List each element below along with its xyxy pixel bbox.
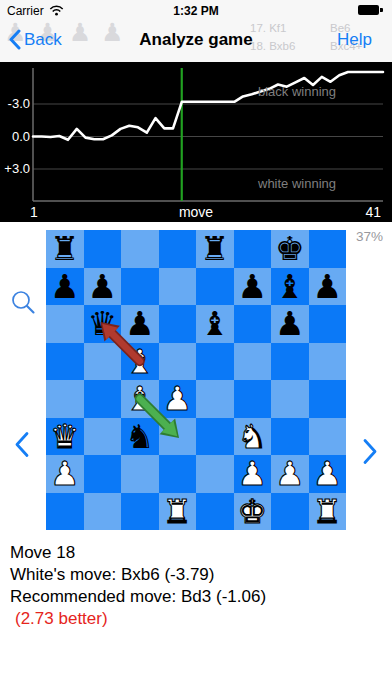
white-rook: ♜ (162, 493, 192, 531)
square-b1[interactable] (84, 493, 122, 531)
x-axis-label: move (0, 204, 392, 220)
white-bishop: ♝ (125, 380, 155, 418)
square-f5[interactable] (234, 343, 272, 381)
square-d7[interactable] (159, 268, 197, 306)
square-a2[interactable]: ♟ (46, 455, 84, 493)
square-f6[interactable] (234, 305, 272, 343)
white-pawn: ♟ (50, 455, 80, 493)
square-b2[interactable] (84, 455, 122, 493)
nav-bar: ♟ ♟ ♟ ♟ 17. Kf1 Be6 18. Bxb6 Bxc4+ Back … (0, 20, 392, 62)
square-d4[interactable]: ♟ (159, 380, 197, 418)
black-pawn: ♟ (125, 305, 155, 343)
y-tick-label: +3.0 (0, 161, 30, 176)
eval-delta-label: (2.73 better) (10, 608, 386, 630)
black-rook: ♜ (50, 230, 80, 268)
square-h1[interactable]: ♜ (309, 493, 347, 531)
square-g4[interactable] (271, 380, 309, 418)
square-d6[interactable] (159, 305, 197, 343)
eval-graph-panel[interactable]: -3.0 0.0 +3.0 black winning white winnin… (0, 62, 392, 222)
y-tick-label: 0.0 (0, 129, 30, 144)
white-knight: ♞ (237, 418, 267, 456)
square-h2[interactable]: ♟ (309, 455, 347, 493)
y-tick-label: -3.0 (0, 96, 30, 111)
square-h3[interactable] (309, 418, 347, 456)
square-g7[interactable]: ♝ (271, 268, 309, 306)
square-e5[interactable] (196, 343, 234, 381)
black-pawn: ♟ (87, 268, 117, 306)
white-pawn: ♟ (162, 380, 192, 418)
square-e7[interactable] (196, 268, 234, 306)
black-queen: ♛ (87, 305, 117, 343)
square-h7[interactable]: ♟ (309, 268, 347, 306)
white-pawn: ♟ (237, 455, 267, 493)
chevron-left-icon (8, 29, 21, 50)
white-pawn: ♟ (275, 455, 305, 493)
move-number-label: Move 18 (10, 542, 386, 564)
black-knight: ♞ (125, 418, 155, 456)
square-f7[interactable]: ♟ (234, 268, 272, 306)
square-b7[interactable]: ♟ (84, 268, 122, 306)
status-bar: Carrier 1:32 PM (0, 0, 392, 20)
black-pawn: ♟ (237, 268, 267, 306)
battery-icon (358, 5, 383, 15)
square-h5[interactable] (309, 343, 347, 381)
white-bishop: ♝ (125, 343, 155, 381)
square-a4[interactable] (46, 380, 84, 418)
square-e4[interactable] (196, 380, 234, 418)
square-c3[interactable]: ♞ (121, 418, 159, 456)
back-button[interactable]: Back (8, 29, 62, 50)
help-button[interactable]: Help (337, 30, 372, 50)
analysis-panel: Move 18 White's move: Bxb6 (-3.79) Recom… (10, 542, 386, 630)
recommended-move-label: Recommended move: Bd3 (-1.06) (10, 586, 386, 608)
square-a5[interactable] (46, 343, 84, 381)
square-a3[interactable]: ♛ (46, 418, 84, 456)
square-f2[interactable]: ♟ (234, 455, 272, 493)
square-b4[interactable] (84, 380, 122, 418)
square-g3[interactable] (271, 418, 309, 456)
white-queen: ♛ (50, 418, 80, 456)
square-c7[interactable] (121, 268, 159, 306)
square-a7[interactable]: ♟ (46, 268, 84, 306)
white-pawn: ♟ (312, 455, 342, 493)
square-c4[interactable]: ♝ (121, 380, 159, 418)
square-b6[interactable]: ♛ (84, 305, 122, 343)
square-a8[interactable]: ♜ (46, 230, 84, 268)
white-move-label: White's move: Bxb6 (-3.79) (10, 564, 386, 586)
square-d1[interactable]: ♜ (159, 493, 197, 531)
next-move-button[interactable] (362, 438, 378, 465)
square-b3[interactable] (84, 418, 122, 456)
square-a6[interactable] (46, 305, 84, 343)
square-h4[interactable] (309, 380, 347, 418)
square-e3[interactable] (196, 418, 234, 456)
square-b5[interactable] (84, 343, 122, 381)
board-section: 37% ♜♜♚♟♟♟♝♟♛♟♝♟♝♝♟♛♞♞♟♟♟♟♜♚♜ (0, 222, 392, 538)
square-f1[interactable]: ♚ (234, 493, 272, 531)
square-g1[interactable] (271, 493, 309, 531)
white-rook: ♜ (312, 493, 342, 531)
white-king: ♚ (237, 493, 267, 531)
square-h8[interactable] (309, 230, 347, 268)
black-king: ♚ (275, 230, 305, 268)
back-label: Back (24, 30, 62, 50)
square-h6[interactable] (309, 305, 347, 343)
square-f4[interactable] (234, 380, 272, 418)
x-tick-label: 41 (365, 204, 381, 220)
black-pawn: ♟ (275, 305, 305, 343)
square-d3[interactable] (159, 418, 197, 456)
clock: 1:32 PM (0, 4, 392, 18)
square-d5[interactable] (159, 343, 197, 381)
square-a1[interactable] (46, 493, 84, 531)
black-bishop: ♝ (275, 268, 305, 306)
square-c8[interactable] (121, 230, 159, 268)
square-e1[interactable] (196, 493, 234, 531)
square-f3[interactable]: ♞ (234, 418, 272, 456)
square-e6[interactable]: ♝ (196, 305, 234, 343)
square-g5[interactable] (271, 343, 309, 381)
black-winning-annotation: black winning (258, 84, 336, 99)
square-b8[interactable] (84, 230, 122, 268)
square-e8[interactable]: ♜ (196, 230, 234, 268)
black-pawn: ♟ (312, 268, 342, 306)
analysis-progress: 37% (356, 229, 383, 244)
square-c1[interactable] (121, 493, 159, 531)
square-d8[interactable] (159, 230, 197, 268)
square-e2[interactable] (196, 455, 234, 493)
square-g2[interactable]: ♟ (271, 455, 309, 493)
chess-board: ♜♜♚♟♟♟♝♟♛♟♝♟♝♝♟♛♞♞♟♟♟♟♜♚♜ (46, 230, 346, 530)
black-pawn: ♟ (50, 268, 80, 306)
square-c5[interactable]: ♝ (121, 343, 159, 381)
square-g8[interactable]: ♚ (271, 230, 309, 268)
square-g6[interactable]: ♟ (271, 305, 309, 343)
square-f8[interactable] (234, 230, 272, 268)
square-c2[interactable] (121, 455, 159, 493)
square-d2[interactable] (159, 455, 197, 493)
black-rook: ♜ (200, 230, 230, 268)
black-bishop: ♝ (200, 305, 230, 343)
magnifier-icon[interactable] (9, 288, 37, 316)
square-c6[interactable]: ♟ (121, 305, 159, 343)
app-screen: Carrier 1:32 PM ♟ ♟ ♟ ♟ 17. Kf1 Be6 18. … (0, 0, 392, 696)
previous-move-button[interactable] (14, 431, 30, 458)
white-winning-annotation: white winning (258, 176, 336, 191)
